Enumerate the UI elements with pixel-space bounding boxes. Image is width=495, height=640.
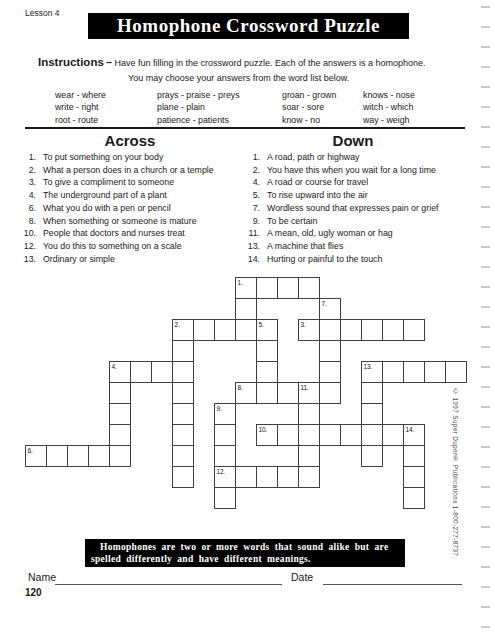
clue-text: You do this to something on a scale (43, 240, 182, 253)
grid-cell[interactable] (361, 445, 383, 467)
clue-item: 8.When something or someone is mature (12, 215, 240, 228)
grid-cell[interactable] (151, 361, 173, 383)
word-pair: witch - which (363, 101, 415, 113)
crossword-grid: 1.7.2.5.3.4.13.8.11.9.10.14.6.12. (25, 277, 467, 509)
clue-number: 10. (12, 227, 36, 240)
grid-cell[interactable] (403, 466, 425, 488)
clue-item: 1.To put something on your body (12, 151, 240, 164)
clue-number: 1. (236, 151, 260, 164)
clue-item: 1.A road, path or highway (236, 151, 490, 164)
grid-cell[interactable]: 13. (361, 361, 383, 383)
clue-text: What you do with a pen or pencil (43, 202, 171, 215)
grid-cell[interactable] (256, 340, 278, 362)
grid-cell[interactable] (298, 466, 320, 488)
lesson-label: Lesson 4 (25, 8, 60, 18)
grid-cell[interactable] (298, 403, 320, 425)
down-title: Down (278, 132, 428, 149)
grid-cell[interactable]: 6. (25, 445, 47, 467)
clue-text: Wordless sound that expresses pain or gr… (267, 202, 438, 215)
name-label: Name (28, 571, 56, 583)
word-pair: way - weigh (363, 114, 415, 126)
grid-cell[interactable] (109, 403, 131, 425)
page-title: Homophone Crossword Puzzle (117, 15, 380, 37)
grid-cell[interactable] (109, 445, 131, 467)
grid-cell[interactable] (382, 361, 404, 383)
word-pair: groan - grown (282, 89, 336, 101)
grid-cell[interactable] (403, 445, 425, 467)
grid-cell[interactable] (277, 277, 299, 299)
grid-cell[interactable] (235, 298, 257, 320)
grid-cell[interactable] (319, 361, 341, 383)
grid-cell[interactable] (340, 424, 362, 446)
cell-number: 4. (112, 363, 117, 370)
clue-number: 8. (12, 215, 36, 228)
clue-text: When something or someone is mature (43, 215, 197, 228)
clue-text: To put something on your body (43, 151, 163, 164)
clue-number: 11. (236, 227, 260, 240)
instructions-line1: Have fun filling in the crossword puzzle… (114, 58, 425, 68)
clue-item: 10.People that doctors and nurses treat (12, 227, 240, 240)
grid-cell[interactable] (424, 361, 446, 383)
grid-cell[interactable] (193, 319, 215, 341)
clue-number: 2. (236, 164, 260, 177)
clue-item: 13.Ordinary or simple (12, 253, 240, 266)
word-pair: root - route (55, 114, 106, 126)
grid-cell[interactable] (340, 319, 362, 341)
grid-cell[interactable] (277, 466, 299, 488)
word-pair: knows - nose (363, 89, 415, 101)
clue-number: 12. (12, 240, 36, 253)
word-pair: wear - where (55, 89, 106, 101)
word-pair: know - no (282, 114, 336, 126)
cell-number: 14. (406, 426, 414, 433)
grid-cell[interactable] (277, 382, 299, 404)
worksheet-page: Lesson 4 Homophone Crossword Puzzle Inst… (0, 0, 495, 640)
clue-number: 2. (12, 164, 36, 177)
cell-number: 9. (217, 405, 222, 412)
grid-cell[interactable] (382, 319, 404, 341)
grid-cell[interactable]: 11. (298, 382, 320, 404)
grid-cell[interactable] (319, 340, 341, 362)
word-pair: write - right (55, 101, 106, 113)
clue-item: 7.Wordless sound that expresses pain or … (236, 202, 490, 215)
clue-item: 13.A machine that flies (236, 240, 490, 253)
clue-number: 4. (236, 176, 260, 189)
grid-cell[interactable] (235, 319, 257, 341)
grid-cell[interactable] (214, 424, 236, 446)
clue-text: A machine that flies (267, 240, 343, 253)
cell-number: 1. (238, 279, 243, 286)
grid-cell[interactable] (298, 277, 320, 299)
word-pair: patience - patients (157, 114, 240, 126)
name-line[interactable] (55, 570, 282, 585)
grid-cell[interactable] (214, 445, 236, 467)
clue-item: 12.You do this to something on a scale (12, 240, 240, 253)
grid-cell[interactable] (109, 382, 131, 404)
cell-number: 11. (301, 384, 309, 391)
grid-cell[interactable] (88, 445, 110, 467)
word-list-column: prays - praise - preysplane - plainpatie… (157, 89, 240, 126)
title-banner: Homophone Crossword Puzzle (88, 13, 409, 39)
grid-cell[interactable] (382, 424, 404, 446)
grid-cell[interactable]: 9. (214, 403, 236, 425)
clue-number: 14. (236, 253, 260, 266)
clue-number: 9. (236, 215, 260, 228)
grid-cell[interactable] (130, 361, 152, 383)
clue-item: 9.To be certain (236, 215, 490, 228)
section-rule (25, 127, 465, 129)
cell-number: 13. (364, 363, 372, 370)
clue-number: 3. (12, 176, 36, 189)
clue-text: To be certain (267, 215, 317, 228)
grid-cell[interactable] (109, 424, 131, 446)
cell-number: 10. (259, 426, 267, 433)
clue-text: A road or course for travel (267, 176, 368, 189)
grid-cell[interactable] (256, 466, 278, 488)
down-list: 1.A road, path or highway2.You have this… (236, 151, 490, 265)
grid-cell[interactable] (319, 319, 341, 341)
clue-text: Ordinary or simple (43, 253, 115, 266)
clue-text: What a person does in a church or a temp… (43, 164, 214, 177)
homophone-note: Homophones are two or more words that so… (85, 539, 405, 567)
note-line2: spelled differently and have different m… (85, 554, 405, 566)
grid-cell[interactable] (172, 361, 194, 383)
grid-cell[interactable] (298, 445, 320, 467)
grid-cell[interactable]: 2. (172, 319, 194, 341)
across-list: 1.To put something on your body2.What a … (12, 151, 240, 265)
grid-cell[interactable] (172, 466, 194, 488)
grid-cell[interactable] (46, 445, 68, 467)
word-list-column: groan - grownsoar - soreknow - no (282, 89, 336, 126)
grid-cell[interactable] (361, 403, 383, 425)
cell-number: 8. (238, 384, 243, 391)
grid-cell[interactable]: 10. (256, 424, 278, 446)
word-list: wear - wherewrite - rightroot - routepra… (0, 89, 495, 129)
grid-cell[interactable]: 14. (403, 424, 425, 446)
grid-cell[interactable] (319, 382, 341, 404)
grid-cell[interactable] (67, 445, 89, 467)
clue-item: 4.The underground part of a plant (12, 189, 240, 202)
cell-number: 7. (322, 300, 327, 307)
cell-number: 5. (259, 321, 264, 328)
clue-text: Hurting or painful to the touch (267, 253, 382, 266)
clue-number: 4. (12, 189, 36, 202)
instructions: Instructions – Have fun filling in the c… (38, 56, 470, 85)
clue-number: 13. (12, 253, 36, 266)
clue-item: 3.To give a compliment to someone (12, 176, 240, 189)
clue-item: 2.What a person does in a church or a te… (12, 164, 240, 177)
word-pair: prays - praise - preys (157, 89, 240, 101)
date-line[interactable] (323, 570, 462, 585)
clue-number: 6. (12, 202, 36, 215)
grid-cell[interactable] (214, 319, 236, 341)
word-list-column: knows - nosewitch - whichway - weigh (363, 89, 415, 126)
grid-cell[interactable]: 4. (109, 361, 131, 383)
instructions-label: Instructions (38, 56, 104, 68)
cell-number: 12. (217, 468, 225, 475)
grid-cell[interactable] (361, 319, 383, 341)
copyright-vertical: © 1997 Super Duper® Publications 1-800-2… (452, 388, 459, 558)
grid-cell[interactable] (172, 403, 194, 425)
clue-number: 1. (12, 151, 36, 164)
word-list-column: wear - wherewrite - rightroot - route (55, 89, 106, 126)
grid-cell[interactable]: 5. (256, 319, 278, 341)
grid-cell[interactable] (445, 361, 467, 383)
grid-cell[interactable]: 7. (319, 298, 341, 320)
grid-cell[interactable]: 1. (235, 277, 257, 299)
clue-text: To rise upward into the air (267, 189, 368, 202)
grid-cell[interactable] (298, 424, 320, 446)
clue-item: 2.You have this when you wait for a long… (236, 164, 490, 177)
clue-item: 14.Hurting or painful to the touch (236, 253, 490, 266)
word-pair: plane - plain (157, 101, 240, 113)
cell-number: 6. (28, 447, 33, 454)
grid-cell[interactable] (172, 382, 194, 404)
clue-number: 5. (236, 189, 260, 202)
clue-text: The underground part of a plant (43, 189, 167, 202)
clue-number: 13. (236, 240, 260, 253)
clue-text: A mean, old, ugly woman or hag (267, 227, 393, 240)
clue-text: You have this when you wait for a long t… (267, 164, 436, 177)
grid-cell[interactable] (256, 382, 278, 404)
grid-cell[interactable] (361, 424, 383, 446)
instructions-dash: – (106, 57, 112, 68)
grid-cell[interactable] (172, 340, 194, 362)
grid-cell[interactable]: 8. (235, 382, 257, 404)
grid-cell[interactable] (277, 424, 299, 446)
grid-cell[interactable]: 3. (298, 319, 320, 341)
grid-cell[interactable] (235, 466, 257, 488)
grid-cell[interactable] (256, 277, 278, 299)
grid-cell[interactable] (172, 424, 194, 446)
page-number: 120 (25, 587, 42, 598)
across-title: Across (55, 132, 205, 149)
instructions-line2: You may choose your answers from the wor… (128, 72, 470, 85)
grid-cell[interactable] (214, 487, 236, 509)
clue-item: 4.A road or course for travel (236, 176, 490, 189)
grid-cell[interactable]: 12. (214, 466, 236, 488)
grid-cell[interactable] (403, 487, 425, 509)
clue-item: 11.A mean, old, ugly woman or hag (236, 227, 490, 240)
word-pair: soar - sore (282, 101, 336, 113)
grid-cell[interactable] (256, 361, 278, 383)
clue-text: People that doctors and nurses treat (43, 227, 185, 240)
cell-number: 3. (301, 321, 306, 328)
grid-cell[interactable] (361, 382, 383, 404)
clue-item: 5.To rise upward into the air (236, 189, 490, 202)
clue-item: 6.What you do with a pen or pencil (12, 202, 240, 215)
clue-text: To give a compliment to someone (43, 176, 174, 189)
grid-cell[interactable] (403, 361, 425, 383)
grid-cell[interactable] (172, 445, 194, 467)
grid-cell[interactable] (403, 319, 425, 341)
note-line1: Homophones are two or more words that so… (85, 542, 405, 554)
cell-number: 2. (175, 321, 180, 328)
clue-text: A road, path or highway (267, 151, 359, 164)
date-label: Date (291, 571, 313, 583)
page-edge-ticks (481, 6, 490, 634)
grid-cell[interactable] (319, 424, 341, 446)
clue-number: 7. (236, 202, 260, 215)
